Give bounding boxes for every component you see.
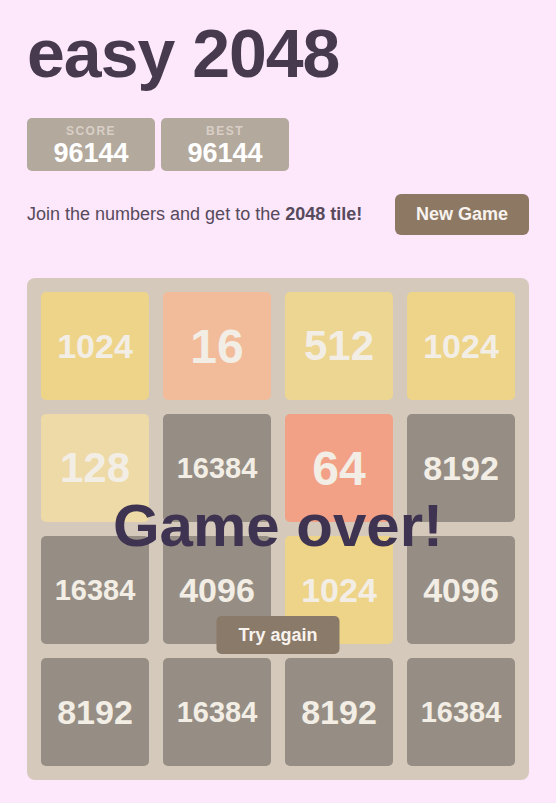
intro-text: Join the numbers and get to the 2048 til… bbox=[27, 204, 362, 225]
best-value: 96144 bbox=[187, 138, 262, 168]
score-box: SCORE 96144 bbox=[27, 118, 155, 171]
tile-4096: 4096 bbox=[407, 536, 515, 644]
tile-1024: 1024 bbox=[41, 292, 149, 400]
tile-8192: 8192 bbox=[285, 658, 393, 766]
best-label: BEST bbox=[206, 124, 244, 138]
tile-16384: 16384 bbox=[163, 658, 271, 766]
tile-16384: 16384 bbox=[41, 536, 149, 644]
best-box: BEST 96144 bbox=[161, 118, 289, 171]
score-label: SCORE bbox=[66, 124, 116, 138]
new-game-button[interactable]: New Game bbox=[395, 194, 529, 235]
score-value: 96144 bbox=[53, 138, 128, 168]
tile-16384: 16384 bbox=[163, 414, 271, 522]
page-title: easy 2048 bbox=[27, 10, 529, 97]
app-container: easy 2048 SCORE 96144 BEST 96144 Join th… bbox=[27, 0, 529, 780]
tile-16384: 16384 bbox=[407, 658, 515, 766]
intro-text-bold: 2048 tile! bbox=[285, 204, 362, 224]
tile-64: 64 bbox=[285, 414, 393, 522]
intro-text-plain: Join the numbers and get to the bbox=[27, 204, 285, 224]
tile-8192: 8192 bbox=[41, 658, 149, 766]
try-again-button[interactable]: Try again bbox=[216, 616, 339, 654]
board-grid: 1024165121024128163846481921638440961024… bbox=[27, 278, 529, 780]
tile-8192: 8192 bbox=[407, 414, 515, 522]
scoreboard: SCORE 96144 BEST 96144 bbox=[27, 118, 529, 171]
tile-128: 128 bbox=[41, 414, 149, 522]
intro-row: Join the numbers and get to the 2048 til… bbox=[27, 194, 529, 235]
tile-512: 512 bbox=[285, 292, 393, 400]
tile-1024: 1024 bbox=[407, 292, 515, 400]
tile-16: 16 bbox=[163, 292, 271, 400]
